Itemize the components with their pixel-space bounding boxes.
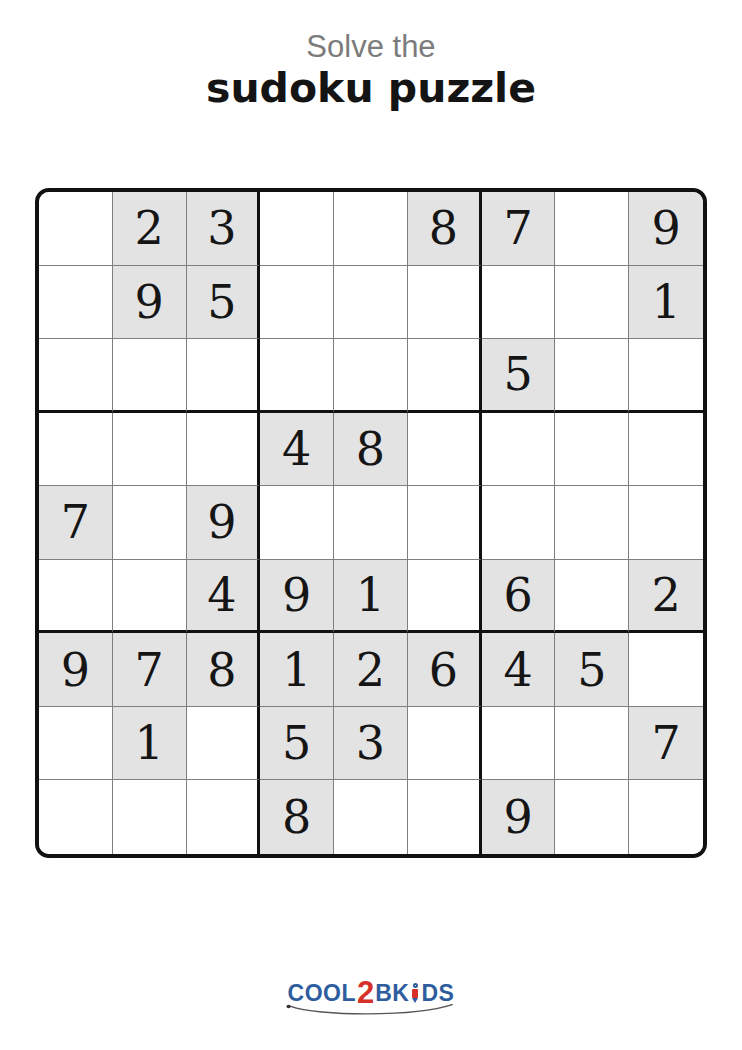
cell-r6c9: 2 <box>629 560 703 634</box>
cell-r5c5[interactable] <box>334 486 408 560</box>
cell-r4c6[interactable] <box>408 413 482 487</box>
cell-r2c2: 9 <box>113 266 187 340</box>
cell-r1c7: 7 <box>482 192 556 266</box>
cell-r7c6: 6 <box>408 633 482 707</box>
cell-r1c1[interactable] <box>39 192 113 266</box>
cell-r9c1[interactable] <box>39 780 113 854</box>
cell-r4c8[interactable] <box>555 413 629 487</box>
cell-r1c3: 3 <box>187 192 261 266</box>
swoosh-underline-icon <box>280 1002 463 1018</box>
cell-r8c2: 1 <box>113 707 187 781</box>
cell-r1c9: 9 <box>629 192 703 266</box>
cell-r6c5: 1 <box>334 560 408 634</box>
cell-r4c2[interactable] <box>113 413 187 487</box>
cell-r2c5[interactable] <box>334 266 408 340</box>
cell-r6c6[interactable] <box>408 560 482 634</box>
cell-r5c1: 7 <box>39 486 113 560</box>
cell-r2c9: 1 <box>629 266 703 340</box>
logo-text-ds: DS <box>421 982 454 1005</box>
cool2bkids-logo: COOL2BKDS <box>288 980 455 1018</box>
cell-r6c1[interactable] <box>39 560 113 634</box>
cell-r7c9[interactable] <box>629 633 703 707</box>
cell-r9c3[interactable] <box>187 780 261 854</box>
cell-r3c1[interactable] <box>39 339 113 413</box>
cell-r9c8[interactable] <box>555 780 629 854</box>
cell-r3c6[interactable] <box>408 339 482 413</box>
cell-r7c1: 9 <box>39 633 113 707</box>
logo-text-bk: BK <box>375 982 409 1005</box>
cell-r6c2[interactable] <box>113 560 187 634</box>
cell-r4c5: 8 <box>334 413 408 487</box>
cell-r3c3[interactable] <box>187 339 261 413</box>
cell-r1c4[interactable] <box>260 192 334 266</box>
cell-r8c4: 5 <box>260 707 334 781</box>
cell-r7c7: 4 <box>482 633 556 707</box>
cell-r3c9[interactable] <box>629 339 703 413</box>
cell-r3c7: 5 <box>482 339 556 413</box>
cell-r3c2[interactable] <box>113 339 187 413</box>
cell-r2c7[interactable] <box>482 266 556 340</box>
cell-r1c2: 2 <box>113 192 187 266</box>
cell-r5c2[interactable] <box>113 486 187 560</box>
cell-r8c3[interactable] <box>187 707 261 781</box>
cell-r2c6[interactable] <box>408 266 482 340</box>
cell-r4c9[interactable] <box>629 413 703 487</box>
cell-r8c7[interactable] <box>482 707 556 781</box>
pencil-icon <box>410 983 420 1003</box>
cell-r2c8[interactable] <box>555 266 629 340</box>
cell-r5c7[interactable] <box>482 486 556 560</box>
cell-r5c8[interactable] <box>555 486 629 560</box>
cell-r4c4: 4 <box>260 413 334 487</box>
cell-r8c6[interactable] <box>408 707 482 781</box>
cell-r3c4[interactable] <box>260 339 334 413</box>
cell-r9c7: 9 <box>482 780 556 854</box>
cell-r6c8[interactable] <box>555 560 629 634</box>
cell-r5c6[interactable] <box>408 486 482 560</box>
cell-r8c5: 3 <box>334 707 408 781</box>
cell-r6c3: 4 <box>187 560 261 634</box>
cell-r7c5: 2 <box>334 633 408 707</box>
cell-r1c8[interactable] <box>555 192 629 266</box>
cell-r4c3[interactable] <box>187 413 261 487</box>
cell-r1c6: 8 <box>408 192 482 266</box>
cell-r2c3: 5 <box>187 266 261 340</box>
cell-r2c1[interactable] <box>39 266 113 340</box>
cell-r8c9: 7 <box>629 707 703 781</box>
sudoku-board: 23879951548794916297812645153789 <box>35 188 707 858</box>
cell-r6c7: 6 <box>482 560 556 634</box>
page: Solve the Sudoku Puzzle 2387995154879491… <box>0 0 742 1050</box>
cell-r7c4: 1 <box>260 633 334 707</box>
cell-r7c8: 5 <box>555 633 629 707</box>
cell-r8c1[interactable] <box>39 707 113 781</box>
cell-r7c3: 8 <box>187 633 261 707</box>
cell-r8c8[interactable] <box>555 707 629 781</box>
cell-r7c2: 7 <box>113 633 187 707</box>
cell-r4c1[interactable] <box>39 413 113 487</box>
page-title: Sudoku Puzzle <box>0 67 742 110</box>
cell-r6c4: 9 <box>260 560 334 634</box>
cell-r9c6[interactable] <box>408 780 482 854</box>
header: Solve the Sudoku Puzzle <box>0 30 742 110</box>
cell-r2c4[interactable] <box>260 266 334 340</box>
cell-r5c3: 9 <box>187 486 261 560</box>
cell-r5c9[interactable] <box>629 486 703 560</box>
pencil-eraser-ring <box>413 983 418 988</box>
footer: COOL2BKDS <box>0 980 742 1018</box>
cell-r9c5[interactable] <box>334 780 408 854</box>
cell-r3c8[interactable] <box>555 339 629 413</box>
title-subtitle: Solve the <box>0 30 742 64</box>
cell-r9c9[interactable] <box>629 780 703 854</box>
cell-r3c5[interactable] <box>334 339 408 413</box>
logo-text-cool: COOL <box>288 982 356 1005</box>
cell-r9c2[interactable] <box>113 780 187 854</box>
cell-r5c4[interactable] <box>260 486 334 560</box>
cell-r1c5[interactable] <box>334 192 408 266</box>
cell-r4c7[interactable] <box>482 413 556 487</box>
cell-r9c4: 8 <box>260 780 334 854</box>
pencil-body <box>412 989 418 998</box>
